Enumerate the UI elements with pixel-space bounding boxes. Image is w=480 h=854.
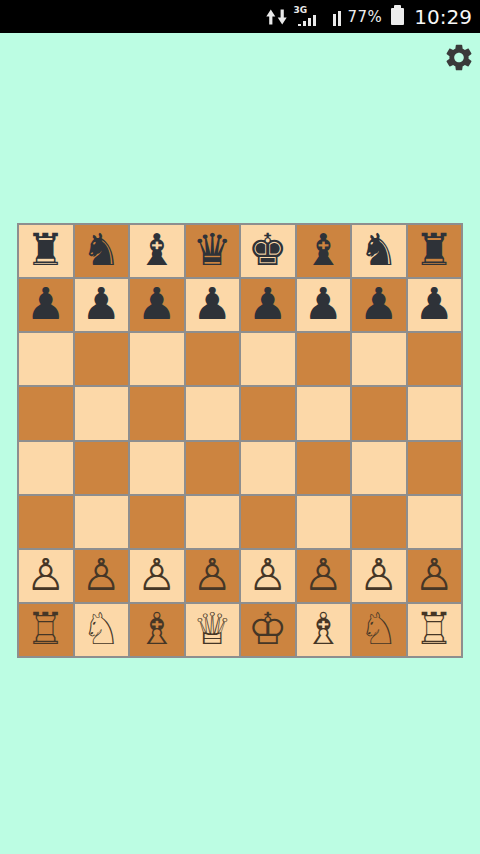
chess-board: ♜♞♝♛♚♝♞♜♟♟♟♟♟♟♟♟♙♙♙♙♙♙♙♙♖♘♗♕♔♗♘♖ [17,223,463,658]
battery-percent-label: 77% [348,8,383,26]
square-h5[interactable] [408,387,462,439]
square-a5[interactable] [19,387,73,439]
square-c2[interactable]: ♙ [130,550,184,602]
square-h2[interactable]: ♙ [408,550,462,602]
piece-white-knight: ♘ [359,607,398,651]
square-a8[interactable]: ♜ [19,225,73,277]
piece-white-bishop: ♗ [137,607,176,651]
square-e7[interactable]: ♟ [241,279,295,331]
square-g8[interactable]: ♞ [352,225,406,277]
square-d4[interactable] [186,442,240,494]
square-b1[interactable]: ♘ [75,604,129,656]
piece-white-pawn: ♙ [359,553,398,597]
piece-black-knight: ♞ [82,228,121,272]
piece-white-pawn: ♙ [137,553,176,597]
square-b3[interactable] [75,496,129,548]
square-c1[interactable]: ♗ [130,604,184,656]
piece-white-bishop: ♗ [304,607,343,651]
square-g4[interactable] [352,442,406,494]
square-d1[interactable]: ♕ [186,604,240,656]
square-f2[interactable]: ♙ [297,550,351,602]
square-a7[interactable]: ♟ [19,279,73,331]
square-a3[interactable] [19,496,73,548]
piece-black-rook: ♜ [26,228,65,272]
square-c5[interactable] [130,387,184,439]
square-c4[interactable] [130,442,184,494]
piece-white-rook: ♖ [415,607,454,651]
square-f7[interactable]: ♟ [297,279,351,331]
square-d6[interactable] [186,333,240,385]
square-c6[interactable] [130,333,184,385]
square-g1[interactable]: ♘ [352,604,406,656]
signal-bars-icon [298,15,316,26]
square-g7[interactable]: ♟ [352,279,406,331]
square-b6[interactable] [75,333,129,385]
square-d3[interactable] [186,496,240,548]
square-a6[interactable] [19,333,73,385]
piece-black-pawn: ♟ [359,282,398,326]
square-b7[interactable]: ♟ [75,279,129,331]
piece-white-knight: ♘ [82,607,121,651]
data-activity-arrows-icon [266,9,287,25]
piece-white-pawn: ♙ [82,553,121,597]
piece-black-pawn: ♟ [26,282,65,326]
piece-black-bishop: ♝ [137,228,176,272]
square-h7[interactable]: ♟ [408,279,462,331]
piece-black-pawn: ♟ [193,282,232,326]
square-b8[interactable]: ♞ [75,225,129,277]
square-a4[interactable] [19,442,73,494]
piece-black-rook: ♜ [415,228,454,272]
piece-white-pawn: ♙ [26,553,65,597]
square-d8[interactable]: ♛ [186,225,240,277]
piece-white-queen: ♕ [193,607,232,651]
square-e2[interactable]: ♙ [241,550,295,602]
square-b5[interactable] [75,387,129,439]
square-h8[interactable]: ♜ [408,225,462,277]
square-d7[interactable]: ♟ [186,279,240,331]
piece-black-king: ♚ [248,228,287,272]
square-g2[interactable]: ♙ [352,550,406,602]
square-e4[interactable] [241,442,295,494]
piece-black-pawn: ♟ [304,282,343,326]
square-e8[interactable]: ♚ [241,225,295,277]
piece-black-queen: ♛ [193,228,232,272]
square-f3[interactable] [297,496,351,548]
cellular-signal-group: 3G [294,5,326,29]
piece-black-bishop: ♝ [304,228,343,272]
piece-black-pawn: ♟ [415,282,454,326]
square-c3[interactable] [130,496,184,548]
square-h3[interactable] [408,496,462,548]
network-type-label: 3G [294,6,308,15]
square-b4[interactable] [75,442,129,494]
piece-white-king: ♔ [248,607,287,651]
square-d2[interactable]: ♙ [186,550,240,602]
square-g5[interactable] [352,387,406,439]
clock-label: 10:29 [414,5,472,29]
square-e3[interactable] [241,496,295,548]
square-g3[interactable] [352,496,406,548]
piece-white-pawn: ♙ [193,553,232,597]
piece-black-pawn: ♟ [248,282,287,326]
square-e5[interactable] [241,387,295,439]
square-f5[interactable] [297,387,351,439]
settings-button[interactable] [443,41,475,74]
square-a2[interactable]: ♙ [19,550,73,602]
square-e6[interactable] [241,333,295,385]
square-e1[interactable]: ♔ [241,604,295,656]
piece-white-pawn: ♙ [415,553,454,597]
square-h4[interactable] [408,442,462,494]
piece-black-pawn: ♟ [137,282,176,326]
piece-white-rook: ♖ [26,607,65,651]
square-h1[interactable]: ♖ [408,604,462,656]
square-d5[interactable] [186,387,240,439]
square-f6[interactable] [297,333,351,385]
piece-black-knight: ♞ [359,228,398,272]
square-f8[interactable]: ♝ [297,225,351,277]
signal-bars-secondary-icon [333,5,341,29]
square-c8[interactable]: ♝ [130,225,184,277]
square-b2[interactable]: ♙ [75,550,129,602]
piece-white-pawn: ♙ [248,553,287,597]
square-h6[interactable] [408,333,462,385]
square-g6[interactable] [352,333,406,385]
battery-icon [391,8,404,25]
piece-white-pawn: ♙ [304,553,343,597]
status-bar: 3G 77% 10:29 [0,0,480,33]
square-c7[interactable]: ♟ [130,279,184,331]
square-f4[interactable] [297,442,351,494]
square-a1[interactable]: ♖ [19,604,73,656]
gear-icon [443,41,475,74]
square-f1[interactable]: ♗ [297,604,351,656]
piece-black-pawn: ♟ [82,282,121,326]
